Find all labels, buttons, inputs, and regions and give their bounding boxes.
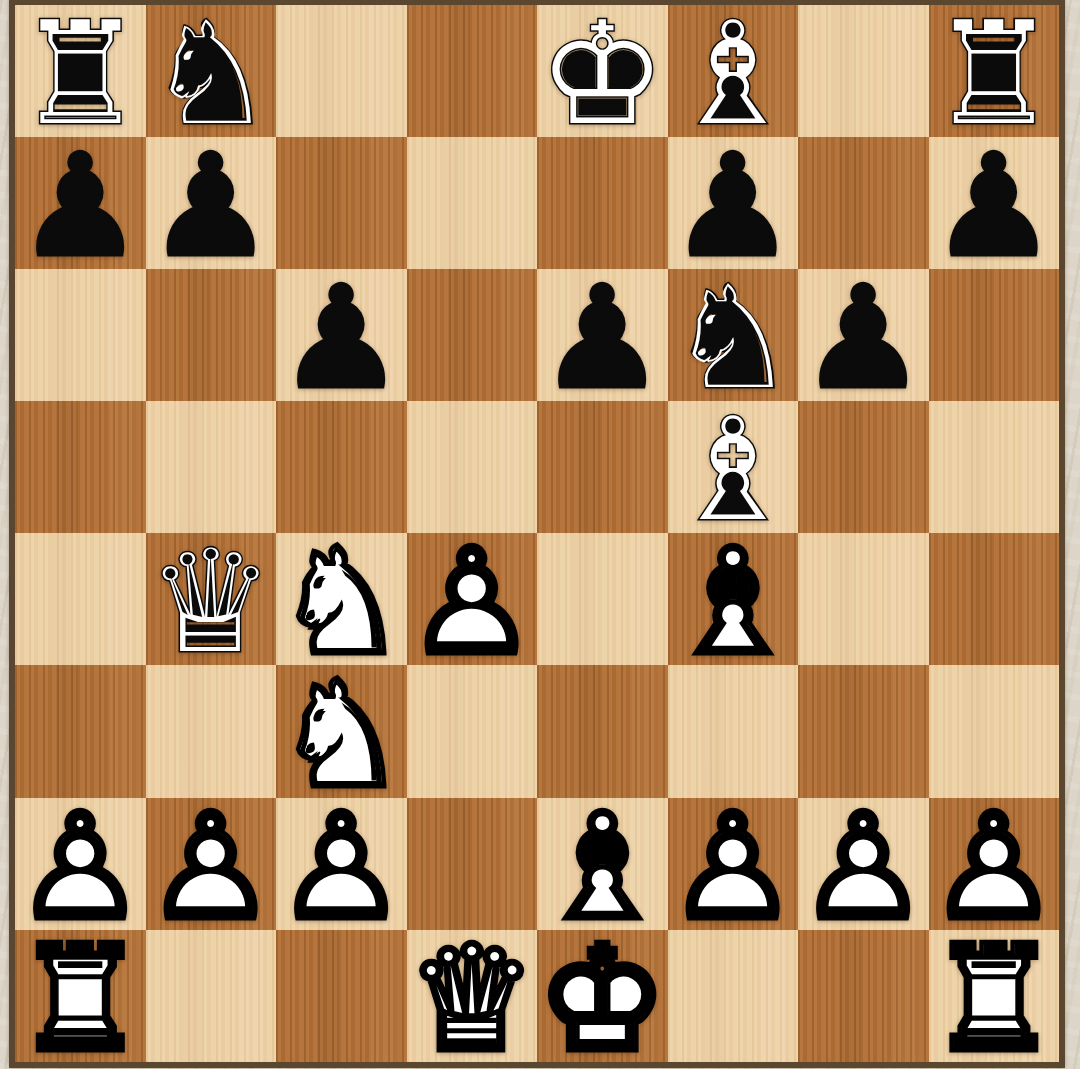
white-pawn-glyph-layer: ♙ [15, 801, 146, 933]
square-h1[interactable]: ♜♜♖ [929, 930, 1060, 1062]
white-pawn-glyph-layer: ♙ [798, 801, 929, 933]
square-f6[interactable]: ♞♘ [668, 269, 799, 401]
white-pawn-glyph-layer: ♟ [407, 536, 538, 668]
black-rook-glyph-layer: ♜ [15, 8, 146, 140]
chess-board: ♜♖♞♘♚♔♝♗♜♖♟♟♟♟♟♟♞♘♟♝♗♛♕♞♞♘♟♟♙♝♝♗♞♞♘♟♟♙♟♟… [9, 0, 1065, 1068]
square-d4[interactable]: ♟♟♙ [407, 533, 538, 665]
square-e2[interactable]: ♝♝♗ [537, 798, 668, 930]
square-b7[interactable]: ♟ [146, 137, 277, 269]
square-h6[interactable] [929, 269, 1060, 401]
white-king-glyph-layer: ♚ [537, 933, 668, 1065]
white-pawn-glyph-layer: ♙ [276, 801, 407, 933]
white-pawn-glyph-layer: ♟ [798, 801, 929, 933]
black-pawn-glyph-layer: ♟ [929, 140, 1060, 272]
square-b1[interactable] [146, 930, 277, 1062]
piece-white-rook[interactable]: ♜♜♖ [15, 930, 146, 1062]
square-h8[interactable]: ♜♖ [929, 5, 1060, 137]
piece-black-pawn[interactable]: ♟ [537, 269, 668, 401]
white-pawn-glyph-layer: ♟ [15, 801, 146, 933]
white-queen-glyph-layer: ♕ [407, 933, 538, 1065]
square-g2[interactable]: ♟♟♙ [798, 798, 929, 930]
piece-black-bishop[interactable]: ♝♗ [668, 401, 799, 533]
white-pawn-glyph-layer: ♙ [929, 801, 1060, 933]
square-a7[interactable]: ♟ [15, 137, 146, 269]
white-bishop-glyph-layer: ♝ [668, 536, 799, 668]
square-f8[interactable]: ♝♗ [668, 5, 799, 137]
piece-black-pawn[interactable]: ♟ [146, 137, 277, 269]
square-h3[interactable] [929, 665, 1060, 797]
square-g5[interactable] [798, 401, 929, 533]
piece-white-pawn[interactable]: ♟♟♙ [15, 798, 146, 930]
piece-white-knight[interactable]: ♞♞♘ [276, 665, 407, 797]
piece-white-bishop[interactable]: ♝♝♗ [668, 533, 799, 665]
black-knight-glyph-layer: ♘ [146, 8, 277, 140]
piece-white-queen[interactable]: ♛♛♕ [407, 930, 538, 1062]
piece-white-pawn[interactable]: ♟♟♙ [276, 798, 407, 930]
square-e7[interactable] [537, 137, 668, 269]
square-f1[interactable] [668, 930, 799, 1062]
piece-white-pawn[interactable]: ♟♟♙ [929, 798, 1060, 930]
white-rook-glyph-layer: ♖ [929, 933, 1060, 1065]
white-king-glyph-layer: ♔ [537, 933, 668, 1065]
white-pawn-glyph-layer: ♟ [146, 801, 277, 933]
square-c6[interactable]: ♟ [276, 269, 407, 401]
square-a4[interactable] [15, 533, 146, 665]
board-grid: ♜♖♞♘♚♔♝♗♜♖♟♟♟♟♟♟♞♘♟♝♗♛♕♞♞♘♟♟♙♝♝♗♞♞♘♟♟♙♟♟… [15, 5, 1059, 1062]
piece-black-pawn[interactable]: ♟ [15, 137, 146, 269]
piece-black-rook[interactable]: ♜♖ [15, 5, 146, 137]
square-g4[interactable] [798, 533, 929, 665]
square-d1[interactable]: ♛♛♕ [407, 930, 538, 1062]
square-c8[interactable] [276, 5, 407, 137]
square-b6[interactable] [146, 269, 277, 401]
square-g7[interactable] [798, 137, 929, 269]
piece-black-bishop[interactable]: ♝♗ [668, 5, 799, 137]
white-pawn-glyph-layer: ♟ [407, 536, 538, 668]
square-e5[interactable] [537, 401, 668, 533]
black-pawn-glyph-layer: ♟ [668, 140, 799, 272]
piece-black-king[interactable]: ♚♔ [537, 5, 668, 137]
white-rook-glyph-layer: ♜ [15, 933, 146, 1065]
white-bishop-glyph-layer: ♗ [537, 801, 668, 933]
black-pawn-glyph-layer: ♟ [15, 140, 146, 272]
white-knight-glyph-layer: ♘ [276, 668, 407, 800]
piece-white-pawn[interactable]: ♟♟♙ [146, 798, 277, 930]
square-b3[interactable] [146, 665, 277, 797]
black-queen-glyph-layer: ♕ [146, 536, 277, 668]
square-d3[interactable] [407, 665, 538, 797]
piece-black-pawn[interactable]: ♟ [929, 137, 1060, 269]
white-rook-glyph-layer: ♜ [15, 933, 146, 1065]
piece-white-rook[interactable]: ♜♜♖ [929, 930, 1060, 1062]
square-h7[interactable]: ♟ [929, 137, 1060, 269]
piece-white-bishop[interactable]: ♝♝♗ [537, 798, 668, 930]
white-pawn-glyph-layer: ♟ [668, 801, 799, 933]
square-a1[interactable]: ♜♜♖ [15, 930, 146, 1062]
black-bishop-glyph-layer: ♗ [668, 8, 799, 140]
square-e8[interactable]: ♚♔ [537, 5, 668, 137]
white-knight-glyph-layer: ♞ [276, 536, 407, 668]
piece-black-pawn[interactable]: ♟ [668, 137, 799, 269]
square-b2[interactable]: ♟♟♙ [146, 798, 277, 930]
black-king-glyph-layer: ♔ [537, 8, 668, 140]
square-e1[interactable]: ♚♚♔ [537, 930, 668, 1062]
black-rook-glyph-layer: ♖ [15, 8, 146, 140]
white-pawn-glyph-layer: ♟ [929, 801, 1060, 933]
square-c7[interactable] [276, 137, 407, 269]
black-queen-glyph-layer: ♛ [146, 536, 277, 668]
square-d7[interactable] [407, 137, 538, 269]
square-g1[interactable] [798, 930, 929, 1062]
square-a8[interactable]: ♜♖ [15, 5, 146, 137]
square-e4[interactable] [537, 533, 668, 665]
square-a2[interactable]: ♟♟♙ [15, 798, 146, 930]
black-knight-glyph-layer: ♞ [146, 8, 277, 140]
square-a3[interactable] [15, 665, 146, 797]
white-knight-glyph-layer: ♞ [276, 668, 407, 800]
black-rook-glyph-layer: ♖ [929, 8, 1060, 140]
white-king-glyph-layer: ♚ [537, 933, 668, 1065]
piece-black-pawn[interactable]: ♟ [276, 269, 407, 401]
piece-white-pawn[interactable]: ♟♟♙ [668, 798, 799, 930]
piece-black-rook[interactable]: ♜♖ [929, 5, 1060, 137]
piece-white-king[interactable]: ♚♚♔ [537, 930, 668, 1062]
square-c2[interactable]: ♟♟♙ [276, 798, 407, 930]
white-pawn-glyph-layer: ♟ [929, 801, 1060, 933]
piece-white-pawn[interactable]: ♟♟♙ [798, 798, 929, 930]
square-d2[interactable] [407, 798, 538, 930]
white-bishop-glyph-layer: ♝ [537, 801, 668, 933]
piece-white-pawn[interactable]: ♟♟♙ [407, 533, 538, 665]
square-c4[interactable]: ♞♞♘ [276, 533, 407, 665]
square-e3[interactable] [537, 665, 668, 797]
white-pawn-glyph-layer: ♟ [276, 801, 407, 933]
white-rook-glyph-layer: ♜ [929, 933, 1060, 1065]
square-c1[interactable] [276, 930, 407, 1062]
square-f7[interactable]: ♟ [668, 137, 799, 269]
piece-black-knight[interactable]: ♞♘ [668, 269, 799, 401]
white-queen-glyph-layer: ♛ [407, 933, 538, 1065]
white-pawn-glyph-layer: ♟ [668, 801, 799, 933]
square-g3[interactable] [798, 665, 929, 797]
square-g8[interactable] [798, 5, 929, 137]
square-f3[interactable] [668, 665, 799, 797]
black-knight-glyph-layer: ♞ [668, 272, 799, 404]
white-bishop-glyph-layer: ♝ [668, 536, 799, 668]
square-g6[interactable]: ♟ [798, 269, 929, 401]
black-bishop-glyph-layer: ♝ [668, 404, 799, 536]
square-c5[interactable] [276, 401, 407, 533]
square-h2[interactable]: ♟♟♙ [929, 798, 1060, 930]
white-bishop-glyph-layer: ♗ [668, 536, 799, 668]
square-a6[interactable] [15, 269, 146, 401]
white-knight-glyph-layer: ♞ [276, 536, 407, 668]
black-pawn-glyph-layer: ♟ [537, 272, 668, 404]
square-f2[interactable]: ♟♟♙ [668, 798, 799, 930]
page-background: { "game": "chess", "position": { "fen": … [0, 0, 1080, 1069]
piece-white-knight[interactable]: ♞♞♘ [276, 533, 407, 665]
black-bishop-glyph-layer: ♗ [668, 404, 799, 536]
square-h4[interactable] [929, 533, 1060, 665]
white-queen-glyph-layer: ♛ [407, 933, 538, 1065]
square-f4[interactable]: ♝♝♗ [668, 533, 799, 665]
white-knight-glyph-layer: ♞ [276, 668, 407, 800]
black-pawn-glyph-layer: ♟ [146, 140, 277, 272]
white-pawn-glyph-layer: ♙ [407, 536, 538, 668]
white-pawn-glyph-layer: ♙ [668, 801, 799, 933]
white-knight-glyph-layer: ♘ [276, 536, 407, 668]
square-a5[interactable] [15, 401, 146, 533]
square-b4[interactable]: ♛♕ [146, 533, 277, 665]
black-king-glyph-layer: ♚ [537, 8, 668, 140]
square-d8[interactable] [407, 5, 538, 137]
black-bishop-glyph-layer: ♝ [668, 8, 799, 140]
square-b5[interactable] [146, 401, 277, 533]
white-rook-glyph-layer: ♖ [15, 933, 146, 1065]
square-d5[interactable] [407, 401, 538, 533]
square-c3[interactable]: ♞♞♘ [276, 665, 407, 797]
white-rook-glyph-layer: ♜ [929, 933, 1060, 1065]
black-pawn-glyph-layer: ♟ [798, 272, 929, 404]
square-h5[interactable] [929, 401, 1060, 533]
black-rook-glyph-layer: ♜ [929, 8, 1060, 140]
black-pawn-glyph-layer: ♟ [276, 272, 407, 404]
piece-black-pawn[interactable]: ♟ [798, 269, 929, 401]
white-pawn-glyph-layer: ♙ [146, 801, 277, 933]
piece-black-knight[interactable]: ♞♘ [146, 5, 277, 137]
square-b8[interactable]: ♞♘ [146, 5, 277, 137]
white-pawn-glyph-layer: ♟ [15, 801, 146, 933]
square-f5[interactable]: ♝♗ [668, 401, 799, 533]
white-bishop-glyph-layer: ♝ [537, 801, 668, 933]
white-pawn-glyph-layer: ♟ [276, 801, 407, 933]
piece-black-queen[interactable]: ♛♕ [146, 533, 277, 665]
white-pawn-glyph-layer: ♟ [146, 801, 277, 933]
square-d6[interactable] [407, 269, 538, 401]
black-knight-glyph-layer: ♘ [668, 272, 799, 404]
square-e6[interactable]: ♟ [537, 269, 668, 401]
white-pawn-glyph-layer: ♟ [798, 801, 929, 933]
